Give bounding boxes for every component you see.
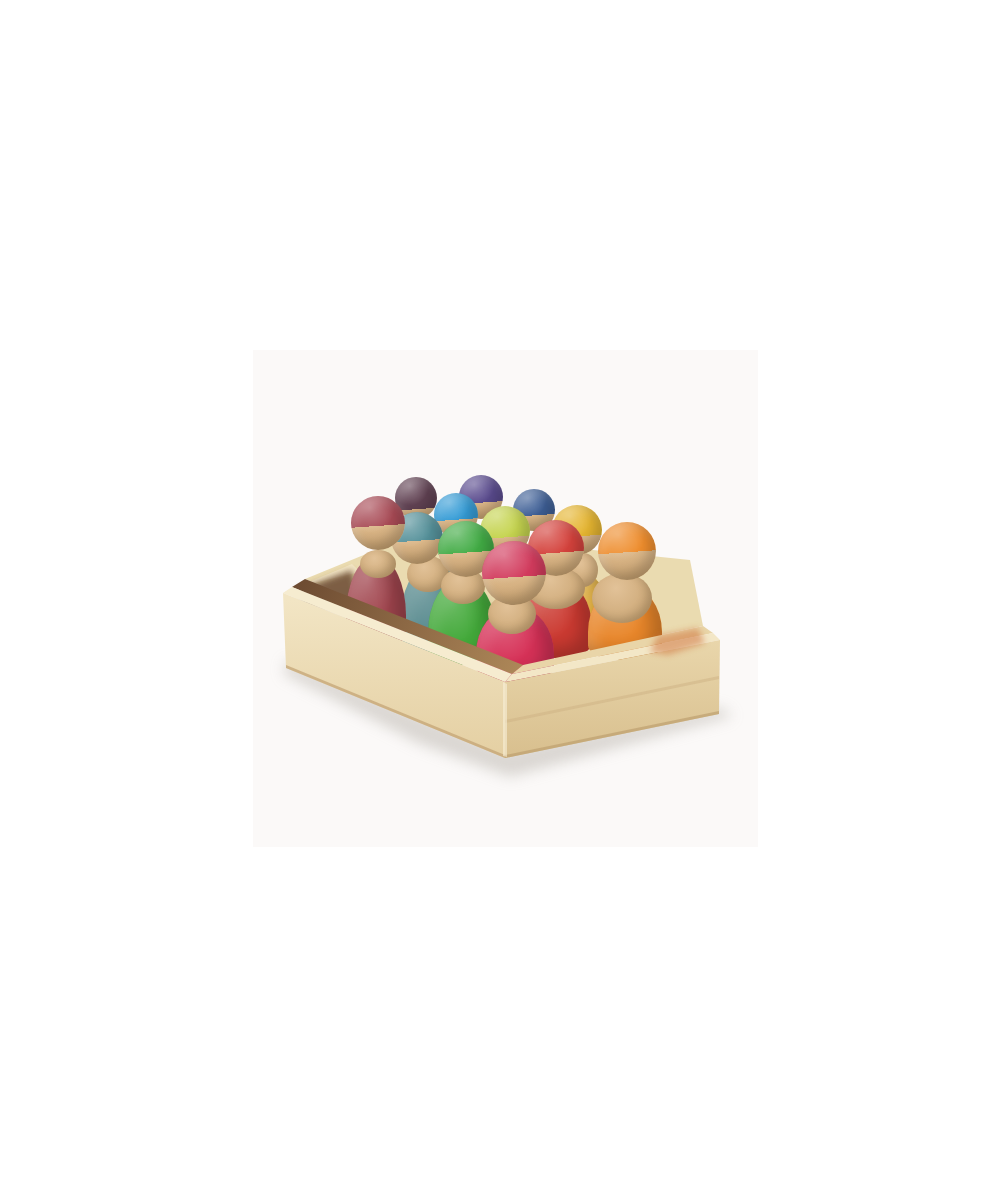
tray-front-corner-highlight [503, 682, 507, 757]
product-photo-canvas [0, 0, 1000, 1200]
wooden-tray-front-layer [0, 0, 1000, 1200]
